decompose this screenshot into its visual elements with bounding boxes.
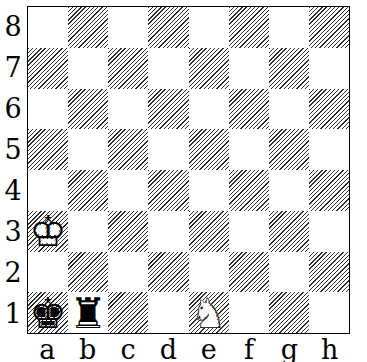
square-g6[interactable]: [269, 89, 309, 130]
square-g2[interactable]: [269, 252, 309, 293]
square-e8[interactable]: [189, 7, 229, 48]
file-label-d: d: [148, 334, 188, 362]
file-label-g: g: [269, 334, 309, 362]
square-f5[interactable]: [229, 129, 269, 170]
square-a7[interactable]: [28, 48, 68, 89]
rank-label-2: 2: [0, 252, 26, 293]
square-g7[interactable]: [269, 48, 309, 89]
piece-white-knight[interactable]: ♞♘: [189, 292, 229, 333]
piece-glyph: ♜: [68, 293, 108, 334]
square-e6[interactable]: [189, 89, 229, 130]
square-h1[interactable]: [309, 292, 349, 333]
piece-black-king[interactable]: ♚: [28, 292, 68, 333]
file-label-a: a: [27, 334, 67, 362]
piece-glyph: ♚: [28, 293, 68, 334]
square-e4[interactable]: [189, 170, 229, 211]
square-a6[interactable]: [28, 89, 68, 130]
square-g1[interactable]: [269, 292, 309, 333]
square-b1[interactable]: ♜: [68, 292, 108, 333]
square-a3[interactable]: ♚♔: [28, 211, 68, 252]
file-label-b: b: [67, 334, 107, 362]
file-label-h: h: [310, 334, 350, 362]
square-b4[interactable]: [68, 170, 108, 211]
square-h7[interactable]: [309, 48, 349, 89]
square-c5[interactable]: [108, 129, 148, 170]
square-a1[interactable]: ♚: [28, 292, 68, 333]
square-c2[interactable]: [108, 252, 148, 293]
file-label-e: e: [189, 334, 229, 362]
rank-label-4: 4: [0, 170, 26, 211]
rank-label-6: 6: [0, 88, 26, 129]
piece-black-rook[interactable]: ♜: [68, 292, 108, 333]
square-c6[interactable]: [108, 89, 148, 130]
square-e5[interactable]: [189, 129, 229, 170]
rank-label-7: 7: [0, 47, 26, 88]
square-a8[interactable]: [28, 7, 68, 48]
square-d7[interactable]: [148, 48, 188, 89]
square-c8[interactable]: [108, 7, 148, 48]
square-h2[interactable]: [309, 252, 349, 293]
square-c1[interactable]: [108, 292, 148, 333]
square-f2[interactable]: [229, 252, 269, 293]
square-h8[interactable]: [309, 7, 349, 48]
square-g3[interactable]: [269, 211, 309, 252]
rank-label-5: 5: [0, 129, 26, 170]
square-b6[interactable]: [68, 89, 108, 130]
square-d3[interactable]: [148, 211, 188, 252]
rank-label-3: 3: [0, 211, 26, 252]
square-f6[interactable]: [229, 89, 269, 130]
square-e2[interactable]: [189, 252, 229, 293]
square-g8[interactable]: [269, 7, 309, 48]
chess-diagram: 87654321 ♚♔♚♜♞♘ abcdefgh: [0, 0, 367, 362]
square-f1[interactable]: [229, 292, 269, 333]
piece-glyph: ♘: [189, 293, 229, 334]
rank-labels: 87654321: [0, 6, 26, 334]
square-d2[interactable]: [148, 252, 188, 293]
square-b3[interactable]: [68, 211, 108, 252]
square-d8[interactable]: [148, 7, 188, 48]
file-label-c: c: [108, 334, 148, 362]
file-label-f: f: [229, 334, 269, 362]
square-f3[interactable]: [229, 211, 269, 252]
piece-glyph: ♔: [28, 212, 68, 253]
square-g5[interactable]: [269, 129, 309, 170]
square-d1[interactable]: [148, 292, 188, 333]
square-g4[interactable]: [269, 170, 309, 211]
square-h6[interactable]: [309, 89, 349, 130]
rank-label-8: 8: [0, 6, 26, 47]
square-e7[interactable]: [189, 48, 229, 89]
square-h3[interactable]: [309, 211, 349, 252]
square-a5[interactable]: [28, 129, 68, 170]
file-labels: abcdefgh: [27, 334, 350, 361]
rank-label-1: 1: [0, 293, 26, 334]
square-h4[interactable]: [309, 170, 349, 211]
square-b2[interactable]: [68, 252, 108, 293]
square-c3[interactable]: [108, 211, 148, 252]
square-c4[interactable]: [108, 170, 148, 211]
square-d6[interactable]: [148, 89, 188, 130]
square-f4[interactable]: [229, 170, 269, 211]
square-h5[interactable]: [309, 129, 349, 170]
square-b7[interactable]: [68, 48, 108, 89]
square-e3[interactable]: [189, 211, 229, 252]
square-d4[interactable]: [148, 170, 188, 211]
square-b5[interactable]: [68, 129, 108, 170]
chess-board[interactable]: ♚♔♚♜♞♘: [27, 6, 350, 334]
square-f7[interactable]: [229, 48, 269, 89]
square-b8[interactable]: [68, 7, 108, 48]
square-f8[interactable]: [229, 7, 269, 48]
square-d5[interactable]: [148, 129, 188, 170]
square-e1[interactable]: ♞♘: [189, 292, 229, 333]
square-a2[interactable]: [28, 252, 68, 293]
piece-white-king[interactable]: ♚♔: [28, 211, 68, 252]
square-a4[interactable]: [28, 170, 68, 211]
square-c7[interactable]: [108, 48, 148, 89]
